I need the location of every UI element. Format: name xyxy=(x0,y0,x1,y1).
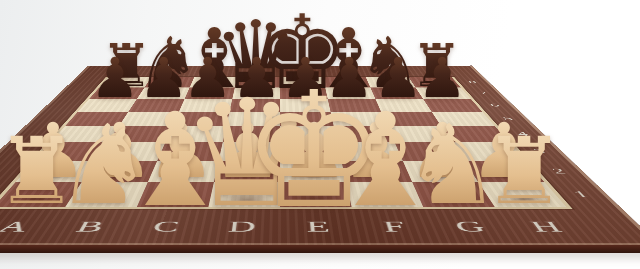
chessboard-photo: ABCDEFGH 87654321 ♜♞♝♛♚♝♞♜♟♟♟♟♟♟♟♟♟♟♟♟♟♟… xyxy=(0,0,640,269)
piece-white-rook: ♜ xyxy=(483,125,566,218)
pieces-layer: ♜♞♝♛♚♝♞♜♟♟♟♟♟♟♟♟♟♟♟♟♟♟♟♟♜♞♝♛♚♝♞♜ xyxy=(0,0,640,269)
scene: ABCDEFGH 87654321 ♜♞♝♛♚♝♞♜♟♟♟♟♟♟♟♟♟♟♟♟♟♟… xyxy=(0,0,640,269)
